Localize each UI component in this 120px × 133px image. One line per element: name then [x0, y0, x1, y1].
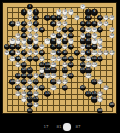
go-stone-black: 43	[68, 27, 73, 32]
go-stone-black: 55	[86, 33, 91, 38]
go-stone-black: 149	[10, 79, 15, 84]
go-stone-black: 59	[51, 39, 56, 44]
go-stone-black: 25	[21, 21, 26, 26]
go-stone-white: 10	[68, 10, 73, 15]
go-stone-black: 89	[39, 50, 44, 55]
go-stone-black: 151	[21, 79, 26, 84]
go-stone-black: 69	[10, 44, 15, 49]
go-stone-black: 129	[45, 68, 50, 73]
go-stone-black: 111	[92, 56, 97, 61]
nav-right-label[interactable]: 87	[75, 124, 80, 130]
go-stone-white: 86	[62, 44, 67, 49]
go-stone-white: 172	[21, 97, 26, 102]
go-stone-white: 44	[109, 27, 114, 32]
go-stone-white: 150	[56, 79, 61, 84]
go-stone-white: 152	[62, 79, 67, 84]
go-stone-black: 49	[21, 33, 26, 38]
go-stone-black: 51	[56, 33, 61, 38]
grid-line	[7, 105, 113, 106]
go-stone-white: 68	[33, 39, 38, 44]
go-stone-white: 130	[86, 62, 91, 67]
go-stone-white: 50	[33, 33, 38, 38]
go-stone-black: 109	[80, 56, 85, 61]
go-stone-white: 32	[103, 21, 108, 26]
go-stone-white: 104	[92, 50, 97, 55]
go-stone-black: 5	[33, 10, 38, 15]
go-stone-black: 81	[86, 44, 91, 49]
go-stone-white: 162	[103, 85, 108, 90]
go-stone-white: 38	[56, 27, 61, 32]
go-stone-white: 80	[21, 44, 26, 49]
go-stone-white: 66	[21, 39, 26, 44]
go-stone-white: 94	[16, 50, 21, 55]
go-stone-white: 174	[97, 97, 102, 102]
go-stone-white: 34	[27, 27, 32, 32]
go-stone-white: 18	[103, 15, 108, 20]
go-stone-black: 131	[51, 68, 56, 73]
go-stone-black: 153	[33, 79, 38, 84]
go-stone-white: 52	[51, 33, 56, 38]
go-stone-white: 108	[103, 50, 108, 55]
go-stone-black: 107	[68, 56, 73, 61]
go-stone-white: 6	[56, 10, 61, 15]
go-stone-black: 7	[86, 10, 91, 15]
go-stone-black: 177	[27, 97, 32, 102]
go-stone-white: 170	[97, 91, 102, 96]
go-stone-black: 53	[68, 33, 73, 38]
go-stone-black: 137	[86, 68, 91, 73]
go-stone-white: 26	[56, 21, 61, 26]
go-stone-black: 85	[10, 50, 15, 55]
go-stone-white: 146	[16, 79, 21, 84]
go-stone-white: 110	[109, 50, 114, 55]
go-stone-black: 33	[86, 21, 91, 26]
go-stone-black: 47	[97, 27, 102, 32]
go-stone-white: 30	[97, 21, 102, 26]
go-stone-black: 119	[45, 62, 50, 67]
go-stone-white: 58	[92, 33, 97, 38]
go-stone-black: 41	[62, 27, 67, 32]
go-stone-white: 176	[33, 102, 38, 107]
go-stone-black: 161	[27, 85, 32, 90]
go-stone-black: 171	[45, 91, 50, 96]
go-stone-white: 166	[21, 91, 26, 96]
go-stone-black: 45	[80, 27, 85, 32]
go-stone-black: 121	[68, 62, 73, 67]
go-stone-black: 139	[16, 73, 21, 78]
go-stone-white: 102	[80, 50, 85, 55]
go-stone-black: 183	[27, 102, 32, 107]
go-stone-white: 76	[92, 39, 97, 44]
go-stone-white: 128	[62, 62, 67, 67]
go-stone-black: 61	[62, 39, 67, 44]
go-stone-black: 9	[92, 10, 97, 15]
go-stone-black: 21	[97, 15, 102, 20]
go-stone-black: 73	[33, 44, 38, 49]
go-stone-white: 20	[109, 15, 114, 20]
go-stone-black: 175	[92, 91, 97, 96]
go-stone-black: 11	[33, 15, 38, 20]
go-stone-black: 19	[86, 15, 91, 20]
go-stone-black: 15	[51, 15, 56, 20]
go-stone-white: 132	[92, 62, 97, 67]
go-stone-white: 164	[16, 91, 21, 96]
go-stone-white: 160	[51, 85, 56, 90]
go-stone-black: 101	[27, 56, 32, 61]
go-stone-white: 118	[51, 56, 56, 61]
go-stone-black: 165	[62, 85, 67, 90]
go-stone-white: 8	[62, 10, 67, 15]
go-stone-white: 82	[27, 44, 32, 49]
go-stone-white: 62	[10, 39, 15, 44]
go-stone-black: 91	[56, 50, 61, 55]
go-stone-black: 135	[80, 68, 85, 73]
go-stone-white: 72	[56, 39, 61, 44]
go-stone-white: 168	[33, 91, 38, 96]
go-stone-black: 13	[45, 15, 50, 20]
go-stone-black: 97	[86, 50, 91, 55]
go-stone-black: 163	[39, 85, 44, 90]
go-stone-black: 99	[16, 56, 21, 61]
go-stone-black: 75	[51, 44, 56, 49]
go-stone-black: 189	[97, 108, 102, 113]
star-point	[58, 93, 60, 95]
go-stone-black: 117	[39, 62, 44, 67]
go-stone-black: 143	[27, 73, 32, 78]
go-stone-black: 1	[27, 4, 32, 9]
grid-line	[77, 7, 78, 112]
go-stone-black: 155	[51, 79, 56, 84]
go-stone-black: 27	[33, 21, 38, 26]
nav-left-label[interactable]: 17	[43, 124, 48, 130]
go-stone-white: 4	[27, 10, 32, 15]
go-stone-white: 14	[62, 15, 67, 20]
go-stone-black: 57	[27, 39, 32, 44]
go-stone-white: 90	[97, 44, 102, 49]
go-stone-white: 56	[80, 33, 85, 38]
go-stone-white: 24	[27, 21, 32, 26]
go-stone-black: 159	[16, 85, 21, 90]
go-stone-black: 29	[51, 21, 56, 26]
go-stone-black: 87	[21, 50, 26, 55]
go-stone-black: 173	[86, 91, 91, 96]
go-stone-black: 179	[33, 97, 38, 102]
grid-line	[112, 7, 113, 112]
go-stone-black: 125	[21, 68, 26, 73]
go-stone-white: 116	[39, 56, 44, 61]
go-stone-black: 157	[92, 79, 97, 84]
go-stone-white: 84	[39, 44, 44, 49]
go-stone-black: 127	[27, 68, 32, 73]
go-stone-black: 31	[80, 21, 85, 26]
go-stone-white: 114	[21, 56, 26, 61]
go-stone-black: 93	[62, 50, 67, 55]
go-stone-white: 136	[33, 73, 38, 78]
go-stone-black: 37	[21, 27, 26, 32]
go-stone-black: 123	[80, 62, 85, 67]
go-stone-white: 106	[97, 50, 102, 55]
go-stone-white: 78	[97, 39, 102, 44]
go-stone-white: 142	[62, 73, 67, 78]
go-stone-white: 138	[45, 73, 50, 78]
go-stone-white: 16	[74, 15, 79, 20]
go-stone-black: 169	[27, 91, 32, 96]
go-stone-white: 154	[97, 79, 102, 84]
go-stone-white: 42	[92, 27, 97, 32]
go-stone-white: 28	[62, 21, 67, 26]
go-stone-black: 185	[109, 102, 114, 107]
go-stone-black: 113	[97, 56, 102, 61]
go-stone-black: 35	[92, 21, 97, 26]
go-stone-black: 103	[33, 56, 38, 61]
go-stone-white: 22	[16, 21, 21, 26]
go-stone-white: 48	[27, 33, 32, 38]
go-stone-black: 65	[86, 39, 91, 44]
go-stone-black: 133	[62, 68, 67, 73]
go-stone-black: 181	[92, 97, 97, 102]
go-stone-white: 120	[56, 56, 61, 61]
go-stone-black: 79	[68, 44, 73, 49]
go-stone-white: 144	[86, 73, 91, 78]
go-stone-black: 83	[92, 44, 97, 49]
play-button[interactable]	[63, 123, 71, 131]
go-stone-black: 95	[74, 50, 79, 55]
nav-mid-label[interactable]: 81	[56, 124, 61, 130]
go-stone-white: 88	[80, 44, 85, 49]
go-stone-white: 92	[4, 50, 9, 55]
go-stone-white: 122	[86, 56, 91, 61]
go-stone-black: 3	[21, 10, 26, 15]
go-stone-white: 60	[109, 33, 114, 38]
go-stone-white: 64	[16, 39, 21, 44]
go-stone-black: 77	[56, 44, 61, 49]
go-stone-white: 148	[27, 79, 32, 84]
go-stone-white: 74	[68, 39, 73, 44]
go-stone-black: 115	[21, 62, 26, 67]
go-stone-white: 100	[51, 50, 56, 55]
go-stone-black: 67	[4, 44, 9, 49]
go-stone-white: 54	[62, 33, 67, 38]
go-stone-white: 96	[27, 50, 32, 55]
go-stone-white: 112	[10, 56, 15, 61]
go-stone-white: 156	[21, 85, 26, 90]
go-stone-black: 147	[68, 73, 73, 78]
go-stone-black: 187	[27, 108, 32, 113]
go-stone-white: 134	[39, 68, 44, 73]
go-stone-black: 39	[39, 27, 44, 32]
go-stone-white: 12	[27, 15, 32, 20]
go-stone-black: 105	[62, 56, 67, 61]
go-stone-white: 40	[86, 27, 91, 32]
go-stone-white: 2	[80, 4, 85, 9]
go-stone-white: 140	[51, 73, 56, 78]
go-stone-black: 167	[80, 85, 85, 90]
go-stone-black: 63	[80, 39, 85, 44]
go-stone-white: 158	[33, 85, 38, 90]
go-stone-white: 46	[16, 33, 21, 38]
go-stone-black: 71	[16, 44, 21, 49]
go-stone-white: 70	[45, 39, 50, 44]
go-stone-black: 17	[56, 15, 61, 20]
go-stone-white: 98	[33, 50, 38, 55]
go-stone-black: 145	[39, 73, 44, 78]
go-stone-white: 124	[16, 62, 21, 67]
go-stone-black: 23	[10, 21, 15, 26]
go-stone-white: 36	[33, 27, 38, 32]
go-board[interactable]: 1234568107912111315171416192118202322252…	[2, 2, 117, 114]
go-stone-black: 141	[21, 73, 26, 78]
go-stone-white: 126	[51, 62, 56, 67]
